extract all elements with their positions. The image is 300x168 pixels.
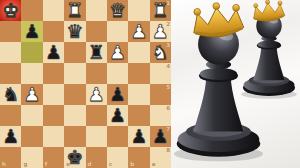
square-b2[interactable]: ♟	[128, 21, 149, 42]
square-a6[interactable]: 6	[150, 105, 171, 126]
square-f6[interactable]	[43, 105, 64, 126]
square-e5[interactable]	[64, 84, 85, 105]
square-b5[interactable]	[128, 84, 149, 105]
file-label-c: c	[109, 162, 112, 168]
piece-wP-b2[interactable]: ♟	[128, 21, 149, 42]
rank-label-5: 5	[166, 85, 170, 91]
rank-label-6: 6	[166, 106, 170, 112]
square-h7[interactable]: ♟	[0, 126, 21, 147]
square-d5[interactable]: ♟	[86, 84, 107, 105]
piece-wP-d5[interactable]: ♟	[86, 84, 107, 105]
square-b8[interactable]: b	[128, 147, 149, 168]
square-c6[interactable]: ♟	[107, 105, 128, 126]
square-b4[interactable]	[128, 63, 149, 84]
chess-thumbnail: ♚♜♛♜1♟♛♟♟2♟♜♟♞34♞♟♟♟5♟6♟♟♟7hgf♚edcb8a	[0, 0, 300, 168]
square-d1[interactable]	[86, 0, 107, 21]
square-c8[interactable]: c	[107, 147, 128, 168]
piece-wP-g5[interactable]: ♟	[21, 84, 42, 105]
file-label-e: e	[66, 162, 70, 168]
piece-bP-b7[interactable]: ♟	[128, 126, 149, 147]
rank-label-3: 3	[166, 43, 170, 49]
file-label-h: h	[2, 162, 6, 168]
file-label-f: f	[45, 162, 47, 168]
piece-bN-h5[interactable]: ♞	[0, 84, 21, 105]
rank-label-1: 1	[166, 1, 170, 7]
square-f4[interactable]	[43, 63, 64, 84]
file-label-a: a	[152, 162, 156, 168]
file-label-g: g	[23, 162, 27, 168]
square-h2[interactable]	[0, 21, 21, 42]
square-g2[interactable]: ♟	[21, 21, 42, 42]
piece-bP-f3[interactable]: ♟	[43, 42, 64, 63]
square-b3[interactable]	[128, 42, 149, 63]
square-f1[interactable]	[43, 0, 64, 21]
piece-bP-c5[interactable]: ♟	[107, 84, 128, 105]
square-f2[interactable]	[43, 21, 64, 42]
square-g4[interactable]	[21, 63, 42, 84]
square-f8[interactable]: f	[43, 147, 64, 168]
square-a5[interactable]: 5	[150, 84, 171, 105]
square-a2[interactable]: ♟2	[150, 21, 171, 42]
square-e3[interactable]	[64, 42, 85, 63]
square-e1[interactable]: ♜	[64, 0, 85, 21]
square-g7[interactable]	[21, 126, 42, 147]
square-b6[interactable]	[128, 105, 149, 126]
square-a3[interactable]: ♞3	[150, 42, 171, 63]
square-h5[interactable]: ♞	[0, 84, 21, 105]
square-c3[interactable]: ♟	[107, 42, 128, 63]
rank-label-8: 8	[166, 148, 170, 154]
piece-wQ-c1[interactable]: ♛	[107, 0, 128, 21]
square-a7[interactable]: ♟7	[150, 126, 171, 147]
square-c2[interactable]	[107, 21, 128, 42]
piece-bP-c6[interactable]: ♟	[107, 105, 128, 126]
square-c5[interactable]: ♟	[107, 84, 128, 105]
square-d7[interactable]	[86, 126, 107, 147]
piece-bR-d3[interactable]: ♜	[86, 42, 107, 63]
square-b7[interactable]: ♟	[128, 126, 149, 147]
piece-bP-h7[interactable]: ♟	[0, 126, 21, 147]
square-h8[interactable]: h	[0, 147, 21, 168]
promotion-art-panel	[171, 0, 300, 168]
square-b1[interactable]	[128, 0, 149, 21]
square-a4[interactable]: 4	[150, 63, 171, 84]
square-e6[interactable]	[64, 105, 85, 126]
square-e4[interactable]	[64, 63, 85, 84]
square-h6[interactable]	[0, 105, 21, 126]
square-h3[interactable]	[0, 42, 21, 63]
square-c4[interactable]	[107, 63, 128, 84]
piece-bP-g2[interactable]: ♟	[21, 21, 42, 42]
file-label-d: d	[88, 162, 92, 168]
rank-label-2: 2	[166, 22, 170, 28]
piece-wP-c3[interactable]: ♟	[107, 42, 128, 63]
square-d2[interactable]	[86, 21, 107, 42]
square-g1[interactable]	[21, 0, 42, 21]
square-g3[interactable]	[21, 42, 42, 63]
square-h4[interactable]	[0, 63, 21, 84]
crowned-pawns-illustration	[171, 0, 300, 168]
square-f7[interactable]	[43, 126, 64, 147]
square-e7[interactable]	[64, 126, 85, 147]
square-c7[interactable]	[107, 126, 128, 147]
square-h1[interactable]: ♚	[0, 0, 21, 21]
square-c1[interactable]: ♛	[107, 0, 128, 21]
square-g8[interactable]: g	[21, 147, 42, 168]
square-g5[interactable]: ♟	[21, 84, 42, 105]
square-a1[interactable]: ♜1	[150, 0, 171, 21]
square-a8[interactable]: 8a	[150, 147, 171, 168]
square-f3[interactable]: ♟	[43, 42, 64, 63]
square-e2[interactable]: ♛	[64, 21, 85, 42]
square-g6[interactable]	[21, 105, 42, 126]
piece-wK-h1[interactable]: ♚	[0, 0, 21, 21]
file-label-b: b	[130, 162, 134, 168]
square-d6[interactable]	[86, 105, 107, 126]
rank-label-4: 4	[166, 64, 170, 70]
square-d3[interactable]: ♜	[86, 42, 107, 63]
crowned-pawn-small	[241, 0, 297, 99]
square-d8[interactable]: d	[86, 147, 107, 168]
rank-label-7: 7	[166, 127, 170, 133]
piece-wR-e1[interactable]: ♜	[64, 0, 85, 21]
piece-bQ-e2[interactable]: ♛	[64, 21, 85, 42]
chess-board: ♚♜♛♜1♟♛♟♟2♟♜♟♞34♞♟♟♟5♟6♟♟♟7hgf♚edcb8a	[0, 0, 171, 168]
square-d4[interactable]	[86, 63, 107, 84]
square-e8[interactable]: ♚e	[64, 147, 85, 168]
square-f5[interactable]	[43, 84, 64, 105]
